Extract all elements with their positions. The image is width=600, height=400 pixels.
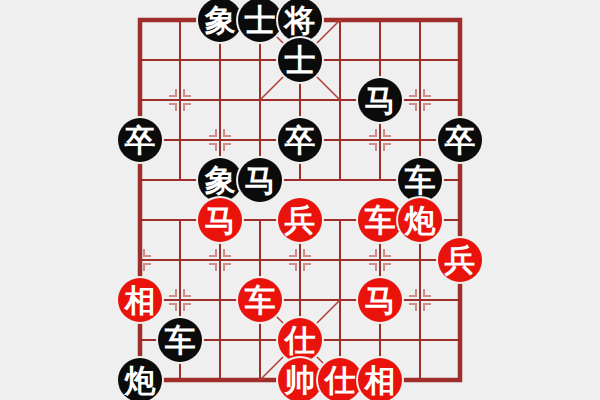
red-general-piece[interactable]: 帅 xyxy=(278,358,322,400)
red-soldier-piece[interactable]: 兵 xyxy=(438,238,482,282)
black-soldier-piece[interactable]: 卒 xyxy=(118,118,162,162)
black-advisor-piece[interactable]: 士 xyxy=(278,38,322,82)
red-chariot-piece[interactable]: 车 xyxy=(358,198,402,242)
black-chariot-piece[interactable]: 车 xyxy=(158,318,202,362)
black-horse-piece[interactable]: 马 xyxy=(358,78,402,122)
xiangqi-app: 象士将士马卒卒卒象马车马兵车炮兵相车马车仕炮帅仕相 xyxy=(0,0,600,400)
black-general-piece[interactable]: 将 xyxy=(278,0,322,42)
pieces-layer: 象士将士马卒卒卒象马车马兵车炮兵相车马车仕炮帅仕相 xyxy=(0,0,600,400)
red-soldier-piece[interactable]: 兵 xyxy=(278,198,322,242)
red-advisor-piece[interactable]: 仕 xyxy=(318,358,362,400)
red-advisor-piece[interactable]: 仕 xyxy=(278,318,322,362)
red-cannon-piece[interactable]: 炮 xyxy=(398,198,442,242)
black-elephant-piece[interactable]: 象 xyxy=(198,0,242,42)
black-soldier-piece[interactable]: 卒 xyxy=(278,118,322,162)
black-chariot-piece[interactable]: 车 xyxy=(398,158,442,202)
black-cannon-piece[interactable]: 炮 xyxy=(118,358,162,400)
red-chariot-piece[interactable]: 车 xyxy=(238,278,282,322)
black-horse-piece[interactable]: 马 xyxy=(238,158,282,202)
black-soldier-piece[interactable]: 卒 xyxy=(438,118,482,162)
red-horse-piece[interactable]: 马 xyxy=(198,198,242,242)
black-advisor-piece[interactable]: 士 xyxy=(238,0,282,42)
black-elephant-piece[interactable]: 象 xyxy=(198,158,242,202)
red-elephant-piece[interactable]: 相 xyxy=(358,358,402,400)
red-horse-piece[interactable]: 马 xyxy=(358,278,402,322)
red-elephant-piece[interactable]: 相 xyxy=(118,278,162,322)
